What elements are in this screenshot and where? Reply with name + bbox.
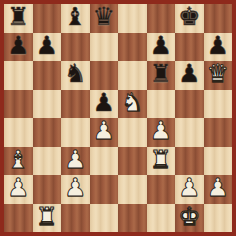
square-f3[interactable]: ♜ [147, 147, 176, 176]
square-f4[interactable]: ♟ [147, 118, 176, 147]
square-b3[interactable] [33, 147, 62, 176]
square-g4[interactable] [175, 118, 204, 147]
square-a5[interactable] [4, 90, 33, 119]
square-h6[interactable]: ♛ [204, 61, 233, 90]
square-e1[interactable] [118, 204, 147, 233]
square-d7[interactable] [90, 33, 119, 62]
square-b6[interactable] [33, 61, 62, 90]
square-d3[interactable] [90, 147, 119, 176]
square-c2[interactable]: ♟ [61, 175, 90, 204]
piece-white-pawn[interactable]: ♟ [178, 174, 200, 203]
piece-white-pawn[interactable]: ♟ [93, 117, 115, 146]
square-e2[interactable] [118, 175, 147, 204]
square-b8[interactable] [33, 4, 62, 33]
square-f8[interactable] [147, 4, 176, 33]
square-a7[interactable]: ♟ [4, 33, 33, 62]
square-h8[interactable] [204, 4, 233, 33]
piece-black-queen[interactable]: ♛ [93, 3, 115, 32]
square-d2[interactable] [90, 175, 119, 204]
piece-black-pawn[interactable]: ♟ [36, 32, 58, 61]
square-g5[interactable] [175, 90, 204, 119]
square-h3[interactable] [204, 147, 233, 176]
piece-white-pawn[interactable]: ♟ [64, 146, 86, 175]
piece-white-pawn[interactable]: ♟ [207, 174, 229, 203]
piece-white-pawn[interactable]: ♟ [7, 174, 29, 203]
piece-black-rook[interactable]: ♜ [150, 60, 172, 89]
square-c4[interactable] [61, 118, 90, 147]
piece-white-king[interactable]: ♚ [178, 203, 200, 232]
square-b1[interactable]: ♜ [33, 204, 62, 233]
square-g8[interactable]: ♚ [175, 4, 204, 33]
square-h2[interactable]: ♟ [204, 175, 233, 204]
piece-black-pawn[interactable]: ♟ [178, 60, 200, 89]
square-c3[interactable]: ♟ [61, 147, 90, 176]
piece-white-bishop[interactable]: ♝ [7, 146, 29, 175]
square-d5[interactable]: ♟ [90, 90, 119, 119]
square-e5[interactable]: ♞ [118, 90, 147, 119]
square-b2[interactable] [33, 175, 62, 204]
square-c6[interactable]: ♞ [61, 61, 90, 90]
piece-black-knight[interactable]: ♞ [64, 60, 86, 89]
square-a3[interactable]: ♝ [4, 147, 33, 176]
square-g2[interactable]: ♟ [175, 175, 204, 204]
square-e6[interactable] [118, 61, 147, 90]
square-g6[interactable]: ♟ [175, 61, 204, 90]
piece-white-pawn[interactable]: ♟ [64, 174, 86, 203]
square-e4[interactable] [118, 118, 147, 147]
square-f1[interactable] [147, 204, 176, 233]
square-a4[interactable] [4, 118, 33, 147]
board-frame: ♜♝♛♚♟♟♟♟♞♜♟♛♟♞♟♟♝♟♜♟♟♟♟♜♚ [0, 0, 236, 236]
square-e3[interactable] [118, 147, 147, 176]
square-e7[interactable] [118, 33, 147, 62]
square-g1[interactable]: ♚ [175, 204, 204, 233]
square-b7[interactable]: ♟ [33, 33, 62, 62]
square-d1[interactable] [90, 204, 119, 233]
square-d8[interactable]: ♛ [90, 4, 119, 33]
square-a6[interactable] [4, 61, 33, 90]
piece-white-rook[interactable]: ♜ [150, 146, 172, 175]
piece-white-rook[interactable]: ♜ [36, 203, 58, 232]
square-d6[interactable] [90, 61, 119, 90]
square-e8[interactable] [118, 4, 147, 33]
square-c1[interactable] [61, 204, 90, 233]
square-f7[interactable]: ♟ [147, 33, 176, 62]
square-c7[interactable] [61, 33, 90, 62]
square-b5[interactable] [33, 90, 62, 119]
square-h1[interactable] [204, 204, 233, 233]
square-b4[interactable] [33, 118, 62, 147]
square-h4[interactable] [204, 118, 233, 147]
square-g3[interactable] [175, 147, 204, 176]
piece-black-king[interactable]: ♚ [178, 3, 200, 32]
square-h5[interactable] [204, 90, 233, 119]
square-a8[interactable]: ♜ [4, 4, 33, 33]
square-a2[interactable]: ♟ [4, 175, 33, 204]
piece-white-pawn[interactable]: ♟ [150, 117, 172, 146]
piece-black-rook[interactable]: ♜ [7, 3, 29, 32]
piece-black-pawn[interactable]: ♟ [93, 89, 115, 118]
square-g7[interactable] [175, 33, 204, 62]
square-f6[interactable]: ♜ [147, 61, 176, 90]
chess-board: ♜♝♛♚♟♟♟♟♞♜♟♛♟♞♟♟♝♟♜♟♟♟♟♜♚ [4, 4, 232, 232]
square-c8[interactable]: ♝ [61, 4, 90, 33]
square-c5[interactable] [61, 90, 90, 119]
piece-black-pawn[interactable]: ♟ [150, 32, 172, 61]
square-d4[interactable]: ♟ [90, 118, 119, 147]
piece-white-knight[interactable]: ♞ [121, 89, 143, 118]
piece-black-pawn[interactable]: ♟ [207, 32, 229, 61]
square-f2[interactable] [147, 175, 176, 204]
square-f5[interactable] [147, 90, 176, 119]
piece-black-bishop[interactable]: ♝ [64, 3, 86, 32]
square-h7[interactable]: ♟ [204, 33, 233, 62]
square-a1[interactable] [4, 204, 33, 233]
piece-white-queen[interactable]: ♛ [207, 60, 229, 89]
piece-black-pawn[interactable]: ♟ [7, 32, 29, 61]
